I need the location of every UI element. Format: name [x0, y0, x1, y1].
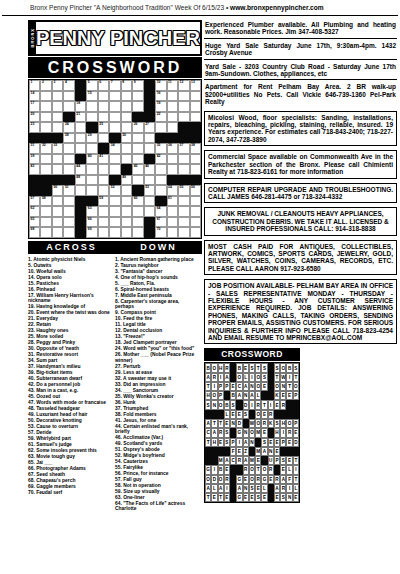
grid-cell[interactable] — [40, 164, 51, 175]
answer-cell: S — [293, 363, 299, 372]
clue-item: 6. Spiral-horned beasts — [115, 287, 198, 292]
clue-item: 5. Outwits — [28, 263, 111, 268]
header-text: Bronx Penny Pincher "A Neighborhood Trad… — [30, 4, 230, 11]
grid-cell[interactable] — [63, 227, 74, 238]
grid-black-cell — [98, 143, 109, 154]
grid-cell[interactable] — [132, 217, 143, 228]
grid-cell[interactable] — [178, 91, 189, 102]
grid-cell[interactable] — [52, 206, 63, 217]
grid-cell[interactable] — [63, 101, 74, 112]
grid-cell[interactable] — [75, 143, 86, 154]
grid-black-cell — [86, 122, 97, 133]
grid-cell[interactable]: 44 — [75, 164, 86, 175]
answer-cell: T — [293, 456, 299, 465]
answer-cell: T — [293, 373, 299, 382]
grid-cell[interactable] — [121, 185, 132, 196]
clue-item: 62. Some insoles prevent this — [28, 448, 111, 453]
grid-cell[interactable] — [178, 164, 189, 175]
grid-cell[interactable] — [144, 133, 155, 144]
grid-cell-number: 37 — [180, 144, 184, 147]
clue-item: 48. Tasseled headgear — [28, 406, 111, 411]
grid-cell[interactable]: 18 — [75, 101, 86, 112]
grid-black-cell — [109, 175, 120, 186]
grid-cell-number: 53 — [145, 186, 149, 189]
classified-ad: Huge Yard Sale Saturday June 17th, 9:30a… — [204, 41, 397, 60]
grid-cell[interactable] — [121, 101, 132, 112]
grid-cell-number: 20 — [31, 113, 35, 116]
grid-cell-number: 19 — [157, 102, 161, 105]
grid-cell[interactable] — [121, 143, 132, 154]
grid-black-cell — [144, 101, 155, 112]
clue-item: 51. Osprey's abode — [115, 447, 198, 452]
grid-cell[interactable] — [75, 185, 86, 196]
grid-cell[interactable]: 2 — [40, 80, 51, 91]
classified-ad: Experienced Plumber available. All Plumb… — [204, 20, 397, 39]
grid-cell[interactable]: 66 — [86, 217, 97, 228]
grid-cell-number: 14 — [31, 92, 35, 95]
clue-item: 1. Ancient Roman gathering place — [115, 257, 198, 262]
grid-cell[interactable] — [121, 196, 132, 207]
answers-grid: BOHRBESTSSOBSARIAOLIOSTWITTIPPECANOEONTO… — [204, 362, 300, 503]
clue-item: 63. One-liner — [115, 495, 198, 500]
grid-cell[interactable] — [109, 227, 120, 238]
grid-cell[interactable] — [167, 227, 178, 238]
classified-ads: Experienced Plumber available. All Plumb… — [204, 20, 397, 344]
grid-cell[interactable] — [167, 217, 178, 228]
clue-item: 30. Opposite of 'neath — [28, 346, 111, 351]
grid-cell[interactable] — [63, 196, 74, 207]
grid-cell[interactable] — [178, 112, 189, 123]
grid-cell[interactable]: 22 — [155, 112, 166, 123]
grid-cell-number: 3 — [53, 81, 55, 84]
grid-cell[interactable] — [178, 227, 189, 238]
grid-cell[interactable]: 33 — [52, 143, 63, 154]
clue-item: 57. Fall guy — [115, 477, 198, 482]
grid-black-cell — [144, 112, 155, 123]
penny-pincher-wordmark: PENNY PINCHER — [36, 22, 200, 54]
grid-cell-number: 25 — [99, 123, 103, 126]
grid-cell[interactable] — [109, 217, 120, 228]
grid-cell[interactable]: 7 — [109, 80, 120, 91]
grid-cell-number: 67 — [157, 218, 161, 221]
header-rule — [2, 15, 398, 16]
grid-black-cell — [144, 80, 155, 91]
grid-cell[interactable]: 55 — [178, 185, 189, 196]
grid-cell-number: 6 — [99, 81, 101, 84]
grid-cell[interactable]: 19 — [155, 101, 166, 112]
classified-ad: JUNK REMOVAL / CLEANOUTS HEAVY APPLIANCE… — [204, 207, 397, 235]
grid-cell[interactable] — [190, 91, 201, 102]
grid-cell[interactable]: 30 — [121, 133, 132, 144]
grid-cell[interactable]: 8 — [121, 80, 132, 91]
down-clues: 1. Ancient Roman gathering place2. Tauru… — [115, 257, 202, 512]
grid-cell-number: 62 — [31, 207, 35, 210]
grid-cell[interactable]: 26 — [132, 122, 143, 133]
grid-cell[interactable] — [155, 164, 166, 175]
grid-cell[interactable]: 59 — [98, 196, 109, 207]
grid-cell[interactable]: 54 — [167, 185, 178, 196]
grid-cell[interactable]: 49 — [121, 175, 132, 186]
grid-cell[interactable]: 65 — [29, 217, 40, 228]
grid-cell[interactable] — [144, 196, 155, 207]
grid-cell[interactable] — [40, 122, 51, 133]
grid-black-cell — [121, 164, 132, 175]
grid-cell[interactable]: 9 — [132, 80, 143, 91]
grid-cell[interactable] — [86, 143, 97, 154]
grid-cell[interactable] — [121, 122, 132, 133]
grid-cell-number: 31 — [31, 144, 35, 147]
grid-cell-number: 69 — [88, 228, 92, 231]
grid-cell[interactable]: 53 — [144, 185, 155, 196]
clue-item: 7. Middle East peninsula — [115, 293, 198, 298]
grid-cell[interactable] — [63, 91, 74, 102]
answer-black-cell — [293, 400, 299, 409]
grid-cell[interactable]: 52 — [109, 185, 120, 196]
grid-cell[interactable] — [52, 217, 63, 228]
grid-black-cell — [63, 112, 74, 123]
grid-cell[interactable] — [52, 112, 63, 123]
grid-cell-number: 15 — [88, 92, 92, 95]
grid-cell-number: 22 — [157, 113, 161, 116]
grid-cell[interactable]: 45 — [132, 164, 143, 175]
clue-item: 24. Word with "you" or "this food" — [115, 346, 198, 351]
grid-cell[interactable] — [109, 91, 120, 102]
grid-cell-number: 8 — [122, 81, 124, 84]
grid-cell[interactable] — [63, 143, 74, 154]
grid-cell[interactable] — [167, 154, 178, 165]
grid-cell[interactable] — [98, 164, 109, 175]
grid-black-cell — [40, 175, 51, 186]
grid-cell[interactable] — [144, 175, 155, 186]
grid-cell-number: 60 — [134, 197, 138, 200]
answer-cell: E — [293, 493, 299, 502]
grid-cell[interactable]: 58 — [40, 196, 51, 207]
grid-cell-number: 27 — [145, 123, 149, 126]
grid-cell[interactable] — [155, 122, 166, 133]
grid-black-cell — [75, 91, 86, 102]
grid-cell[interactable]: 69 — [86, 227, 97, 238]
grid-cell-number: 49 — [122, 176, 126, 179]
grid-cell[interactable] — [178, 217, 189, 228]
grid-cell[interactable] — [132, 143, 143, 154]
grid-black-cell — [29, 185, 40, 196]
grid-cell[interactable] — [63, 154, 74, 165]
grid-cell[interactable] — [86, 175, 97, 186]
grid-cell[interactable] — [98, 206, 109, 217]
grid-cell[interactable] — [132, 133, 143, 144]
grid-cell[interactable] — [109, 164, 120, 175]
grid-cell[interactable]: 50 — [52, 185, 63, 196]
grid-cell[interactable] — [75, 133, 86, 144]
grid-cell[interactable] — [109, 206, 120, 217]
grid-cell[interactable]: 21 — [75, 112, 86, 123]
grid-cell-number: 52 — [111, 186, 115, 189]
grid-cell[interactable] — [132, 227, 143, 238]
grid-cell[interactable]: 27 — [144, 122, 155, 133]
grid-cell[interactable] — [190, 196, 201, 207]
clue-item: 27. Perturb — [115, 364, 198, 369]
grid-cell-number: 24 — [65, 123, 69, 126]
clue-item: 36. Hunk — [115, 400, 198, 405]
clue-lists: 1. Atomic physicist Niels5. Outwits10. W… — [28, 257, 202, 512]
grid-cell[interactable] — [178, 206, 189, 217]
classifieds-column: Experienced Plumber available. All Plumb… — [204, 20, 397, 503]
grid-cell-number: 33 — [53, 144, 57, 147]
grid-cell[interactable]: 20 — [29, 112, 40, 123]
grid-cell[interactable] — [86, 112, 97, 123]
clue-item: 50. Decorative knotting — [28, 418, 111, 423]
grid-cell[interactable] — [75, 122, 86, 133]
clue-item: 14. Opera solo — [28, 275, 111, 280]
grid-cell[interactable] — [155, 175, 166, 186]
grid-cell[interactable] — [40, 112, 51, 123]
grid-cell[interactable]: 16 — [155, 91, 166, 102]
grid-cell[interactable]: 13 — [190, 80, 201, 91]
grid-cell[interactable] — [132, 101, 143, 112]
clue-item: 28. Peggy and Pinky — [28, 340, 111, 345]
grid-cell[interactable]: 60 — [132, 196, 143, 207]
grid-cell-number: 35 — [157, 144, 161, 147]
grid-black-cell — [75, 227, 86, 238]
grid-black-cell — [167, 175, 178, 186]
grid-cell[interactable]: 35 — [155, 143, 166, 154]
clue-item: 61. Samuel's judge — [28, 442, 111, 447]
grid-cell-number: 64 — [157, 207, 161, 210]
grid-cell[interactable]: 3 — [52, 80, 63, 91]
grid-cell[interactable] — [121, 206, 132, 217]
grid-cell[interactable] — [178, 101, 189, 112]
grid-cell[interactable] — [98, 91, 109, 102]
grid-cell-number: 61 — [168, 197, 172, 200]
grid-cell[interactable]: 64 — [155, 206, 166, 217]
grid-cell[interactable] — [121, 112, 132, 123]
grid-cell[interactable] — [86, 185, 97, 196]
grid-cell[interactable] — [98, 101, 109, 112]
grid-cell[interactable]: 31 — [29, 143, 40, 154]
grid-cell[interactable] — [190, 112, 201, 123]
answer-cell: P — [293, 419, 299, 428]
grid-cell[interactable]: 14 — [29, 91, 40, 102]
clue-item: 49. Luxuriant head of hair — [28, 412, 111, 417]
grid-cell[interactable] — [132, 175, 143, 186]
clue-item: 41. Jesus, for one — [115, 418, 198, 423]
grid-cell[interactable]: 57 — [29, 196, 40, 207]
grid-black-cell — [178, 122, 189, 133]
grid-black-cell — [132, 112, 143, 123]
clue-item: 1. Atomic physicist Niels — [28, 257, 111, 262]
grid-cell[interactable] — [98, 175, 109, 186]
grid-cell[interactable] — [167, 164, 178, 175]
grid-cell[interactable]: 25 — [98, 122, 109, 133]
grid-cell-number: 5 — [88, 81, 90, 84]
grid-cell[interactable]: 4 — [63, 80, 74, 91]
grid-black-cell — [75, 217, 86, 228]
grid-cell[interactable] — [40, 206, 51, 217]
grid-cell[interactable] — [132, 91, 143, 102]
clue-item: 10. Feed the fire — [115, 316, 198, 321]
grid-cell[interactable]: 34 — [109, 143, 120, 154]
grid-cell[interactable] — [98, 227, 109, 238]
grid-cell[interactable]: 11 — [167, 80, 178, 91]
grid-black-cell — [190, 133, 201, 144]
grid-cell[interactable] — [121, 217, 132, 228]
grid-cell[interactable]: 48 — [75, 175, 86, 186]
grid-cell[interactable] — [40, 227, 51, 238]
grid-cell[interactable] — [167, 112, 178, 123]
grid-cell[interactable] — [132, 154, 143, 165]
grid-cell[interactable] — [155, 185, 166, 196]
clue-item: 12. Dental occlusion — [115, 328, 198, 333]
grid-cell[interactable] — [98, 185, 109, 196]
grid-cell[interactable]: 63 — [86, 206, 97, 217]
grid-cell[interactable]: 56 — [190, 185, 201, 196]
grid-cell[interactable] — [178, 196, 189, 207]
grid-cell[interactable]: 51 — [63, 185, 74, 196]
grid-cell[interactable] — [167, 91, 178, 102]
grid-cell[interactable]: 23 — [29, 122, 40, 133]
grid-cell[interactable] — [52, 91, 63, 102]
clue-item: 2. Taurus neighbor — [115, 263, 198, 268]
grid-cell[interactable] — [144, 143, 155, 154]
crossword-banner: CROSSWORD — [28, 57, 202, 78]
grid-cell[interactable] — [109, 112, 120, 123]
grid-cell[interactable] — [40, 91, 51, 102]
grid-cell[interactable] — [132, 206, 143, 217]
answer-cell: E — [293, 428, 299, 437]
grid-cell-number: 42 — [157, 155, 161, 158]
clue-item: 53. Cause to overturn — [28, 424, 111, 429]
grid-cell[interactable] — [109, 101, 120, 112]
grid-cell[interactable] — [52, 164, 63, 175]
grid-cell-number: 11 — [168, 81, 172, 84]
grid-cell[interactable] — [167, 122, 178, 133]
grid-cell[interactable] — [40, 101, 51, 112]
grid-cell[interactable]: 67 — [155, 217, 166, 228]
grid-cell[interactable] — [52, 101, 63, 112]
grid-cell[interactable]: 39 — [29, 154, 40, 165]
grid-cell[interactable]: 1 — [29, 80, 40, 91]
grid-cell[interactable]: 10 — [155, 80, 166, 91]
clue-item: 10. Woeful wails — [28, 269, 111, 274]
grid-cell[interactable] — [63, 206, 74, 217]
grid-cell[interactable]: 32 — [40, 143, 51, 154]
grid-cell[interactable] — [86, 164, 97, 175]
grid-black-cell — [144, 227, 155, 238]
answer-cell: I — [293, 465, 299, 474]
clue-item: 17. William Henry Harrison's nickname — [28, 293, 111, 304]
grid-cell[interactable] — [190, 227, 201, 238]
grid-cell[interactable] — [178, 154, 189, 165]
grid-cell[interactable] — [52, 196, 63, 207]
grid-cell[interactable] — [109, 122, 120, 133]
grid-cell[interactable]: 24 — [63, 122, 74, 133]
grid-cell[interactable]: 17 — [29, 101, 40, 112]
grid-cell[interactable] — [121, 227, 132, 238]
grid-cell[interactable]: 6 — [98, 80, 109, 91]
clue-item: 47. Words with mode or francaise — [28, 400, 111, 405]
grid-cell-number: 45 — [134, 165, 138, 168]
grid-cell[interactable] — [167, 206, 178, 217]
grid-cell[interactable]: 15 — [86, 91, 97, 102]
grid-cell[interactable] — [98, 133, 109, 144]
grid-cell[interactable] — [190, 164, 201, 175]
clue-item: 4. One of hip-hop's sounds — [115, 275, 198, 280]
grid-cell[interactable]: 12 — [178, 80, 189, 91]
grid-cell[interactable] — [190, 154, 201, 165]
grid-cell[interactable]: 40 — [86, 154, 97, 165]
grid-cell[interactable] — [63, 217, 74, 228]
grid-cell[interactable] — [190, 101, 201, 112]
grid-black-cell — [144, 91, 155, 102]
grid-cell[interactable] — [52, 154, 63, 165]
crossword-grid: 1234567891011121314151617181920212223242… — [28, 79, 202, 239]
grid-cell[interactable] — [98, 112, 109, 123]
grid-cell[interactable]: 36 — [167, 143, 178, 154]
grid-cell[interactable]: 28 — [63, 133, 74, 144]
grid-cell[interactable] — [52, 227, 63, 238]
answer-black-cell — [293, 447, 299, 456]
clue-item: 34. Sum part — [28, 358, 111, 363]
grid-cell[interactable]: 70 — [155, 227, 166, 238]
header-line: Bronx Penny Pincher "A Neighborhood Trad… — [30, 4, 396, 11]
clue-item: 70. Feudal serf — [28, 490, 111, 495]
classified-ad: COMPUTER REPAIR UPGRADE AND TROUBLESHOOT… — [204, 183, 397, 204]
grid-cell[interactable] — [40, 154, 51, 165]
grid-cell[interactable] — [109, 196, 120, 207]
grid-cell-number: 65 — [31, 218, 35, 221]
grid-cell[interactable] — [190, 217, 201, 228]
grid-black-cell — [109, 133, 120, 144]
grid-cell[interactable]: 38 — [190, 143, 201, 154]
grid-cell[interactable]: 61 — [167, 196, 178, 207]
grid-cell[interactable] — [121, 91, 132, 102]
grid-cell[interactable]: 68 — [29, 227, 40, 238]
grid-cell[interactable]: 42 — [155, 154, 166, 165]
clue-item: 69. Gaggle members — [28, 484, 111, 489]
grid-cell[interactable]: 62 — [29, 206, 40, 217]
grid-cell[interactable] — [40, 217, 51, 228]
grid-cell[interactable] — [109, 154, 120, 165]
logo-box: BRONX PENNY PINCHER — [28, 20, 202, 56]
grid-black-cell — [75, 80, 86, 91]
grid-black-cell — [40, 185, 51, 196]
grid-cell[interactable]: 41 — [98, 154, 109, 165]
clue-item: 67. Seed sheath — [28, 472, 111, 477]
grid-cell[interactable] — [167, 101, 178, 112]
grid-cell[interactable] — [98, 217, 109, 228]
clue-item: 63. Movie tough guy — [28, 454, 111, 459]
grid-cell[interactable]: 43 — [29, 164, 40, 175]
grid-cell[interactable]: 46 — [144, 164, 155, 175]
grid-cell-number: 21 — [76, 113, 80, 116]
grid-cell[interactable] — [63, 164, 74, 175]
clue-item: 25. More soiled — [28, 334, 111, 339]
grid-cell[interactable] — [86, 101, 97, 112]
grid-cell[interactable] — [121, 154, 132, 165]
grid-cell[interactable]: 37 — [178, 143, 189, 154]
grid-black-cell — [40, 133, 51, 144]
clue-item: 52. Midge's boyfriend — [115, 453, 198, 458]
grid-cell[interactable] — [190, 206, 201, 217]
grid-cell-number: 30 — [122, 134, 126, 137]
grid-cell[interactable] — [52, 122, 63, 133]
grid-cell[interactable]: 5 — [86, 80, 97, 91]
clue-item: 33. Did an impression — [115, 382, 198, 387]
grid-cell-number: 58 — [42, 197, 46, 200]
clue-item: 26. Mother ___ (Nobel Peace Prize winner… — [115, 352, 198, 363]
grid-cell[interactable]: 29 — [86, 133, 97, 144]
grid-cell[interactable] — [144, 206, 155, 217]
